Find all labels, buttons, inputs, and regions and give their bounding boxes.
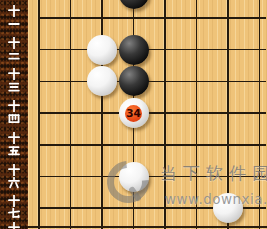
watermark-url: www.downxia.com bbox=[165, 191, 267, 207]
row-label bbox=[4, 164, 24, 189]
grid-horizontal-line bbox=[38, 17, 266, 19]
stone-white bbox=[87, 35, 117, 65]
stone-black bbox=[119, 35, 149, 65]
row-label bbox=[4, 68, 24, 93]
row-label bbox=[4, 222, 24, 229]
go-board[interactable]: 当下软件园 www.downxia.com 34 bbox=[28, 0, 267, 229]
row-label bbox=[4, 37, 24, 62]
row-label-strip bbox=[0, 0, 28, 229]
stone-black bbox=[119, 66, 149, 96]
grid-horizontal-line bbox=[38, 112, 266, 114]
go-board-screenshot: 当下软件园 www.downxia.com 34 bbox=[0, 0, 267, 229]
stone-black bbox=[119, 0, 149, 9]
grid-vertical-line bbox=[38, 0, 40, 229]
row-label bbox=[4, 132, 24, 157]
row-label bbox=[4, 195, 24, 220]
watermark-site-name: 当下软件园 bbox=[160, 162, 267, 185]
stone-white bbox=[87, 66, 117, 96]
grid-horizontal-line bbox=[38, 144, 266, 146]
row-label bbox=[4, 100, 24, 125]
board-bottom-edge bbox=[28, 226, 267, 228]
grid-horizontal-line bbox=[38, 81, 266, 83]
row-label bbox=[4, 5, 24, 30]
watermark-logo-icon bbox=[98, 152, 157, 211]
grid-vertical-line bbox=[70, 0, 72, 229]
move-number-badge: 34 bbox=[125, 105, 142, 122]
stone-white-marked: 34 bbox=[119, 98, 149, 128]
grid-horizontal-line bbox=[38, 49, 266, 51]
